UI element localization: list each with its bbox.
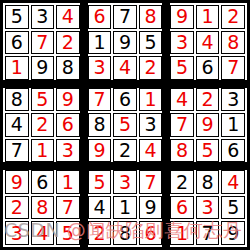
cell-r1c6[interactable]: 8 bbox=[139, 5, 163, 29]
cell-r8c1[interactable]: 2 bbox=[5, 196, 29, 220]
cell-r6c8[interactable]: 5 bbox=[196, 139, 220, 163]
cell-r6c6[interactable]: 4 bbox=[139, 139, 163, 163]
cell-r5c6[interactable]: 3 bbox=[139, 113, 163, 137]
box-divider-vertical-2 bbox=[162, 3, 170, 247]
cell-r7c2[interactable]: 6 bbox=[31, 170, 55, 194]
cell-r5c3[interactable]: 6 bbox=[56, 113, 80, 137]
cell-r1c4[interactable]: 6 bbox=[88, 5, 112, 29]
cell-r6c9[interactable]: 6 bbox=[221, 139, 245, 163]
cell-r7c1[interactable]: 9 bbox=[5, 170, 29, 194]
cell-r4c3[interactable]: 9 bbox=[56, 88, 80, 112]
cell-r9c8[interactable]: 7 bbox=[196, 221, 220, 245]
cell-r8c4[interactable]: 4 bbox=[88, 196, 112, 220]
cell-r3c6[interactable]: 2 bbox=[139, 56, 163, 80]
cell-r1c9[interactable]: 2 bbox=[221, 5, 245, 29]
cell-r8c6[interactable]: 9 bbox=[139, 196, 163, 220]
cell-r6c4[interactable]: 9 bbox=[88, 139, 112, 163]
cell-r4c9[interactable]: 3 bbox=[221, 88, 245, 112]
cell-r9c7[interactable]: 1 bbox=[170, 221, 194, 245]
cell-r9c6[interactable]: 6 bbox=[139, 221, 163, 245]
cell-r5c7[interactable]: 7 bbox=[170, 113, 194, 137]
cell-r6c2[interactable]: 1 bbox=[31, 139, 55, 163]
cell-r5c1[interactable]: 4 bbox=[5, 113, 29, 137]
cell-r6c3[interactable]: 3 bbox=[56, 139, 80, 163]
cell-r9c3[interactable]: 5 bbox=[56, 221, 80, 245]
cell-r3c8[interactable]: 6 bbox=[196, 56, 220, 80]
cell-r7c5[interactable]: 3 bbox=[113, 170, 137, 194]
cell-r2c8[interactable]: 4 bbox=[196, 31, 220, 55]
cell-r2c1[interactable]: 6 bbox=[5, 31, 29, 55]
cell-r4c5[interactable]: 6 bbox=[113, 88, 137, 112]
cell-r9c2[interactable]: 4 bbox=[31, 221, 55, 245]
cell-r8c8[interactable]: 3 bbox=[196, 196, 220, 220]
cell-r5c5[interactable]: 5 bbox=[113, 113, 137, 137]
cell-r3c2[interactable]: 9 bbox=[31, 56, 55, 80]
cell-r7c9[interactable]: 4 bbox=[221, 170, 245, 194]
cell-r2c3[interactable]: 2 bbox=[56, 31, 80, 55]
cell-r5c9[interactable]: 1 bbox=[221, 113, 245, 137]
cell-r7c3[interactable]: 1 bbox=[56, 170, 80, 194]
cell-r1c1[interactable]: 5 bbox=[5, 5, 29, 29]
cell-r9c1[interactable]: 3 bbox=[5, 221, 29, 245]
cell-r9c5[interactable]: 8 bbox=[113, 221, 137, 245]
box-divider-horizontal-2 bbox=[3, 162, 247, 170]
cell-r4c8[interactable]: 2 bbox=[196, 88, 220, 112]
cell-r6c5[interactable]: 2 bbox=[113, 139, 137, 163]
box-divider-horizontal-1 bbox=[3, 80, 247, 88]
sudoku-board: CSDN @闻缺陷则喜何志丹 5346789126721953481983425… bbox=[0, 0, 250, 250]
cell-r2c9[interactable]: 8 bbox=[221, 31, 245, 55]
cell-r4c2[interactable]: 5 bbox=[31, 88, 55, 112]
cell-r3c4[interactable]: 3 bbox=[88, 56, 112, 80]
cell-r1c2[interactable]: 3 bbox=[31, 5, 55, 29]
cell-r1c7[interactable]: 9 bbox=[170, 5, 194, 29]
box-divider-vertical-1 bbox=[80, 3, 88, 247]
cell-r5c2[interactable]: 2 bbox=[31, 113, 55, 137]
cell-r4c1[interactable]: 8 bbox=[5, 88, 29, 112]
cell-r2c4[interactable]: 1 bbox=[88, 31, 112, 55]
cell-r1c3[interactable]: 4 bbox=[56, 5, 80, 29]
cell-r8c3[interactable]: 7 bbox=[56, 196, 80, 220]
cell-r1c8[interactable]: 1 bbox=[196, 5, 220, 29]
cell-r2c7[interactable]: 3 bbox=[170, 31, 194, 55]
cell-r4c6[interactable]: 1 bbox=[139, 88, 163, 112]
cell-r9c4[interactable]: 2 bbox=[88, 221, 112, 245]
cell-r9c9[interactable]: 9 bbox=[221, 221, 245, 245]
cell-r1c5[interactable]: 7 bbox=[113, 5, 137, 29]
cell-r4c7[interactable]: 4 bbox=[170, 88, 194, 112]
cell-r5c4[interactable]: 8 bbox=[88, 113, 112, 137]
cell-r5c8[interactable]: 9 bbox=[196, 113, 220, 137]
cell-r8c5[interactable]: 1 bbox=[113, 196, 137, 220]
cell-r7c4[interactable]: 5 bbox=[88, 170, 112, 194]
cell-r8c2[interactable]: 8 bbox=[31, 196, 55, 220]
cell-r3c3[interactable]: 8 bbox=[56, 56, 80, 80]
cell-r3c5[interactable]: 4 bbox=[113, 56, 137, 80]
cell-r8c9[interactable]: 5 bbox=[221, 196, 245, 220]
cell-r7c6[interactable]: 7 bbox=[139, 170, 163, 194]
cell-r2c5[interactable]: 9 bbox=[113, 31, 137, 55]
cell-r7c8[interactable]: 8 bbox=[196, 170, 220, 194]
cell-r6c1[interactable]: 7 bbox=[5, 139, 29, 163]
cell-r2c2[interactable]: 7 bbox=[31, 31, 55, 55]
cell-r3c9[interactable]: 7 bbox=[221, 56, 245, 80]
cell-r6c7[interactable]: 8 bbox=[170, 139, 194, 163]
cell-r2c6[interactable]: 5 bbox=[139, 31, 163, 55]
cell-r8c7[interactable]: 6 bbox=[170, 196, 194, 220]
cell-r4c4[interactable]: 7 bbox=[88, 88, 112, 112]
cell-r3c1[interactable]: 1 bbox=[5, 56, 29, 80]
cell-r3c7[interactable]: 5 bbox=[170, 56, 194, 80]
cell-r7c7[interactable]: 2 bbox=[170, 170, 194, 194]
